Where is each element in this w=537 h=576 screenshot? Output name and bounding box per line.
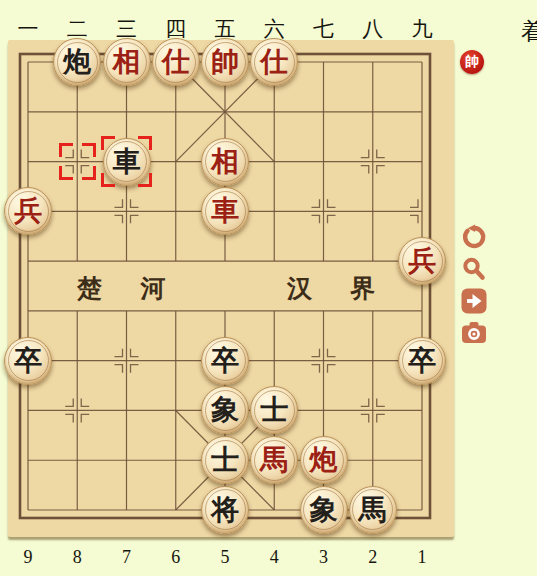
piece-black-advisor[interactable]: 士	[250, 386, 298, 434]
last-move-to-marker	[101, 136, 152, 187]
piece-glyph: 卒	[211, 347, 239, 375]
forward-icon[interactable]	[461, 288, 487, 314]
bracket-corner	[59, 143, 73, 157]
file-label-bottom: 6	[171, 544, 180, 570]
file-label-bottom: 8	[73, 544, 82, 570]
piece-black-advisor[interactable]: 士	[201, 436, 249, 484]
piece-black-soldier[interactable]: 卒	[201, 337, 249, 385]
piece-red-soldier[interactable]: 兵	[398, 237, 446, 285]
bracket-corner	[82, 166, 96, 180]
piece-black-soldier[interactable]: 卒	[398, 337, 446, 385]
bracket-corner	[59, 166, 73, 180]
bracket-corner	[101, 136, 115, 150]
piece-black-elephant[interactable]: 象	[201, 386, 249, 434]
piece-black-soldier[interactable]: 卒	[4, 337, 52, 385]
piece-red-elephant[interactable]: 相	[103, 38, 151, 86]
piece-black-cannon[interactable]: 炮	[53, 38, 101, 86]
piece-glyph: 相	[113, 48, 141, 76]
bracket-corner	[138, 173, 152, 187]
piece-red-elephant[interactable]: 相	[201, 138, 249, 186]
camera-icon[interactable]	[461, 320, 487, 346]
piece-red-soldier[interactable]: 兵	[4, 187, 52, 235]
bottom-file-labels: 987654321	[0, 544, 537, 570]
piece-red-chariot[interactable]: 車	[201, 187, 249, 235]
bracket-corner	[82, 143, 96, 157]
bracket-corner	[138, 136, 152, 150]
piece-red-horse[interactable]: 馬	[250, 436, 298, 484]
turn-indicator-badge: 帥	[460, 50, 484, 74]
magnifier-icon[interactable]	[461, 256, 487, 282]
piece-glyph: 象	[310, 496, 338, 524]
piece-glyph: 仕	[260, 48, 288, 76]
clipped-header-text: 着	[521, 16, 537, 47]
piece-glyph: 士	[260, 396, 288, 424]
file-label-bottom: 9	[24, 544, 33, 570]
file-label-bottom: 7	[122, 544, 131, 570]
piece-glyph: 兵	[14, 197, 42, 225]
piece-black-horse[interactable]: 馬	[349, 486, 397, 534]
piece-glyph: 馬	[359, 496, 387, 524]
piece-glyph: 炮	[63, 48, 91, 76]
piece-glyph: 仕	[162, 48, 190, 76]
page: { "app": { "clipped_header_text": "着" },…	[0, 0, 537, 576]
file-label-bottom: 5	[221, 544, 230, 570]
piece-glyph: 士	[211, 446, 239, 474]
piece-black-king[interactable]: 将	[201, 486, 249, 534]
piece-glyph: 相	[211, 148, 239, 176]
file-label-bottom: 1	[418, 544, 427, 570]
piece-glyph: 帥	[211, 48, 239, 76]
file-label-bottom: 3	[319, 544, 328, 570]
piece-red-advisor[interactable]: 仕	[152, 38, 200, 86]
last-move-from-marker	[59, 143, 96, 180]
file-label-bottom: 2	[368, 544, 377, 570]
piece-glyph: 将	[211, 496, 239, 524]
piece-glyph: 車	[211, 197, 239, 225]
piece-red-cannon[interactable]: 炮	[300, 436, 348, 484]
piece-grid: 炮相仕帥仕車相兵車兵卒卒卒象士士馬炮将象馬	[3, 37, 446, 535]
piece-glyph: 馬	[260, 446, 288, 474]
piece-black-elephant[interactable]: 象	[300, 486, 348, 534]
piece-glyph: 兵	[408, 247, 436, 275]
piece-glyph: 炮	[310, 446, 338, 474]
file-label-bottom: 4	[270, 544, 279, 570]
piece-red-advisor[interactable]: 仕	[250, 38, 298, 86]
piece-glyph: 象	[211, 396, 239, 424]
piece-red-king[interactable]: 帥	[201, 38, 249, 86]
piece-glyph: 卒	[408, 347, 436, 375]
piece-glyph: 卒	[14, 347, 42, 375]
undo-icon[interactable]	[461, 224, 487, 250]
bracket-corner	[101, 173, 115, 187]
